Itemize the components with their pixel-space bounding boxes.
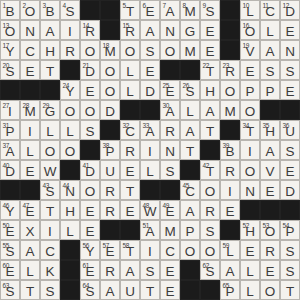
cell-r8c15[interactable]: S [280, 140, 300, 160]
cell-letter: C [261, 5, 279, 18]
cell-letter: S [81, 125, 99, 138]
cell-r3c10[interactable]: M [180, 40, 200, 60]
cell-r3c4[interactable]: R [60, 40, 80, 60]
cell-r7c13[interactable]: 34T [240, 120, 260, 140]
cell-r1c8[interactable]: 6E [140, 0, 160, 20]
cell-r11c3[interactable]: T [40, 200, 60, 220]
cell-letter: T [41, 205, 59, 218]
cell-r13c15[interactable]: S [280, 240, 300, 260]
cell-r15c9[interactable]: E [160, 280, 180, 300]
cell-r5c11[interactable]: H [200, 80, 220, 100]
cell-r14c1[interactable]: 60E [0, 260, 20, 280]
cell-r2c8[interactable]: A [140, 20, 160, 40]
cell-r13c9[interactable]: C [160, 240, 180, 260]
cell-r7c9[interactable]: R [160, 120, 180, 140]
cell-letter: S [141, 45, 159, 58]
block-r12c12 [220, 220, 240, 240]
cell-letter: I [61, 25, 79, 38]
cell-r9c11[interactable]: 42T [200, 160, 220, 180]
cell-r6c10[interactable]: L [180, 100, 200, 120]
cell-letter: E [261, 265, 279, 278]
cell-r11c12[interactable]: E [220, 200, 240, 220]
cell-r15c2[interactable]: T [20, 280, 40, 300]
cell-letter: N [241, 185, 259, 198]
block-r13c4 [60, 240, 80, 260]
cell-letter: D [1, 165, 19, 178]
cell-r7c2[interactable]: I [20, 120, 40, 140]
cell-r4c14[interactable]: S [260, 60, 280, 80]
cell-letter: S [81, 285, 99, 298]
cell-r9c14[interactable]: V [260, 160, 280, 180]
cell-r15c13[interactable]: L [240, 280, 260, 300]
cell-letter: E [81, 265, 99, 278]
cell-r4c11[interactable]: 22T [200, 60, 220, 80]
cell-r15c12[interactable]: 65P [220, 280, 240, 300]
cell-r6c13[interactable]: O [240, 100, 260, 120]
cell-r2c15[interactable]: E [280, 20, 300, 40]
cell-letter: L [121, 85, 139, 98]
block-r6c7 [120, 100, 140, 120]
cell-letter: C [161, 245, 179, 258]
cell-letter: E [121, 165, 139, 178]
cell-r15c8[interactable]: T [140, 280, 160, 300]
cell-letter: H [61, 205, 79, 218]
cell-letter: A [261, 45, 279, 58]
cell-r7c10[interactable]: A [180, 120, 200, 140]
cell-letter: N [61, 185, 79, 198]
cell-r1c4[interactable]: 4S [60, 0, 80, 20]
cell-r1c14[interactable]: 11C [260, 0, 280, 20]
cell-r2c2[interactable]: N [20, 20, 40, 40]
cell-r8c2[interactable]: L [20, 140, 40, 160]
cell-r6c12[interactable]: M [220, 100, 240, 120]
cell-letter: S [201, 265, 219, 278]
cell-r3c3[interactable]: H [40, 40, 60, 60]
cell-letter: G [41, 105, 59, 118]
cell-r11c9[interactable]: 49E [160, 200, 180, 220]
cell-letter: S [141, 265, 159, 278]
cell-letter: O [261, 225, 279, 238]
cell-letter: R [81, 25, 99, 38]
cell-r14c11[interactable]: 62S [200, 260, 220, 280]
cell-r2c1[interactable]: 13O [0, 20, 20, 40]
cell-r11c5[interactable]: E [80, 200, 100, 220]
cell-r8c7[interactable]: R [120, 140, 140, 160]
cell-letter: E [21, 65, 39, 78]
cell-r10c12[interactable]: I [220, 180, 240, 200]
cell-letter: M [101, 45, 119, 58]
cell-r15c6[interactable]: A [100, 280, 120, 300]
cell-r7c14[interactable]: 35H [260, 120, 280, 140]
cell-letter: P [241, 85, 259, 98]
cell-r5c4[interactable]: 24Y [60, 80, 80, 100]
cell-r2c3[interactable]: A [40, 20, 60, 40]
cell-letter: I [221, 185, 239, 198]
cell-r4c5[interactable]: 21D [80, 60, 100, 80]
cell-r15c15[interactable]: T [280, 280, 300, 300]
cell-letter: S [61, 5, 79, 18]
cell-letter: A [181, 125, 199, 138]
cell-r13c5[interactable]: 56Y [80, 240, 100, 260]
cell-r11c4[interactable]: H [60, 200, 80, 220]
cell-r5c7[interactable]: L [120, 80, 140, 100]
cell-r6c3[interactable]: 29G [40, 100, 60, 120]
cell-r4c12[interactable]: 23R [220, 60, 240, 80]
cell-r4c7[interactable]: L [120, 60, 140, 80]
cell-r7c15[interactable]: 36U [280, 120, 300, 140]
block-r15c10 [180, 280, 200, 300]
cell-letter: O [221, 85, 239, 98]
cell-r14c12[interactable]: A [220, 260, 240, 280]
cell-r12c11[interactable]: S [200, 220, 220, 240]
block-r9c4 [60, 160, 80, 180]
cell-r12c9[interactable]: M [160, 220, 180, 240]
block-r5c3 [40, 80, 60, 100]
cell-letter: D [81, 165, 99, 178]
cell-letter: B [221, 145, 239, 158]
cell-letter: B [1, 5, 19, 18]
cell-r2c11[interactable]: E [200, 20, 220, 40]
cell-r1c13[interactable]: 10L [240, 0, 260, 20]
cell-letter: A [101, 285, 119, 298]
cell-letter: B [41, 5, 59, 18]
cell-r2c5[interactable]: 14R [80, 20, 100, 40]
cell-letter: G [181, 25, 199, 38]
cell-letter: E [281, 85, 299, 98]
cell-r1c15[interactable]: 12D [280, 0, 300, 20]
cell-r2c4[interactable]: I [60, 20, 80, 40]
cell-r5c14[interactable]: P [260, 80, 280, 100]
block-r3c12 [220, 40, 240, 60]
cell-r9c15[interactable]: E [280, 160, 300, 180]
cell-r12c13[interactable]: 52H [240, 220, 260, 240]
block-r1c5 [80, 0, 100, 20]
cell-r13c13[interactable]: E [240, 240, 260, 260]
cell-r1c3[interactable]: 3B [40, 0, 60, 20]
cell-r10c6[interactable]: R [100, 180, 120, 200]
cell-r6c2[interactable]: 28M [20, 100, 40, 120]
cell-r2c7[interactable]: 15R [120, 20, 140, 40]
block-r9c10 [180, 160, 200, 180]
cell-letter: L [121, 65, 139, 78]
cell-r14c2[interactable]: L [20, 260, 40, 280]
cell-r3c6[interactable]: 18M [100, 40, 120, 60]
cell-letter: U [121, 285, 139, 298]
cell-letter: O [201, 185, 219, 198]
cell-r3c8[interactable]: S [140, 40, 160, 60]
cell-letter: A [41, 25, 59, 38]
cell-r1c7[interactable]: 5T [120, 0, 140, 20]
cell-r3c9[interactable]: O [160, 40, 180, 60]
cell-letter: E [201, 45, 219, 58]
cell-r4c15[interactable]: S [280, 60, 300, 80]
block-r7c6 [100, 120, 120, 140]
cell-r1c2[interactable]: 2O [20, 0, 40, 20]
cell-r9c12[interactable]: R [220, 160, 240, 180]
cell-r5c5[interactable]: E [80, 80, 100, 100]
cell-r11c8[interactable]: 48W [140, 200, 160, 220]
cell-r15c14[interactable]: O [260, 280, 280, 300]
cell-r3c14[interactable]: A [260, 40, 280, 60]
cell-r8c14[interactable]: A [260, 140, 280, 160]
cell-r11c6[interactable]: R [100, 200, 120, 220]
cell-r14c13[interactable]: L [240, 260, 260, 280]
cell-r11c11[interactable]: R [200, 200, 220, 220]
cell-letter: E [201, 25, 219, 38]
cell-r8c10[interactable]: T [180, 140, 200, 160]
cell-r14c7[interactable]: A [120, 260, 140, 280]
cell-r7c8[interactable]: 33A [140, 120, 160, 140]
cell-r4c3[interactable]: T [40, 60, 60, 80]
cell-r6c4[interactable]: O [60, 100, 80, 120]
cell-r11c1[interactable]: 46Y [0, 200, 20, 220]
cell-r7c5[interactable]: S [80, 120, 100, 140]
block-r5c1 [0, 80, 20, 100]
block-r8c11 [200, 140, 220, 160]
block-r15c11 [200, 280, 220, 300]
cell-letter: V [261, 165, 279, 178]
cell-r8c1[interactable]: 37A [0, 140, 20, 160]
cell-r14c14[interactable]: E [260, 260, 280, 280]
cell-letter: S [1, 65, 19, 78]
cell-r13c2[interactable]: A [20, 240, 40, 260]
cell-r3c11[interactable]: E [200, 40, 220, 60]
cell-r12c5[interactable]: E [80, 220, 100, 240]
cell-r9c5[interactable]: 41D [80, 160, 100, 180]
cell-letter: R [101, 265, 119, 278]
cell-r13c12[interactable]: 59L [220, 240, 240, 260]
cell-r15c1[interactable]: 63S [0, 280, 20, 300]
cell-r6c1[interactable]: 27I [0, 100, 20, 120]
cell-r3c15[interactable]: N [280, 40, 300, 60]
cell-r10c15[interactable]: D [280, 180, 300, 200]
cell-r8c8[interactable]: I [140, 140, 160, 160]
cell-letter: P [181, 225, 199, 238]
cell-r5c10[interactable]: 26S [180, 80, 200, 100]
cell-r4c1[interactable]: 20S [0, 60, 20, 80]
cell-r1c9[interactable]: 7A [160, 0, 180, 20]
cell-letter: E [241, 65, 259, 78]
cell-letter: X [21, 225, 39, 238]
cell-r14c15[interactable]: S [280, 260, 300, 280]
cell-letter: M [181, 5, 199, 18]
cell-letter: S [161, 165, 179, 178]
cell-r12c10[interactable]: P [180, 220, 200, 240]
cell-r13c1[interactable]: 55S [0, 240, 20, 260]
cell-r13c7[interactable]: 58T [120, 240, 140, 260]
cell-letter: A [161, 5, 179, 18]
cell-r8c9[interactable]: N [160, 140, 180, 160]
block-r12c6 [100, 220, 120, 240]
cell-r1c1[interactable]: 1B [0, 0, 20, 20]
cell-r5c6[interactable]: O [100, 80, 120, 100]
cell-letter: A [181, 205, 199, 218]
cell-letter: R [201, 205, 219, 218]
cell-r5c8[interactable]: D [140, 80, 160, 100]
cell-r3c1[interactable]: 17Y [0, 40, 20, 60]
cell-letter: T [141, 285, 159, 298]
cell-r1c11[interactable]: 9S [200, 0, 220, 20]
cell-letter: D [141, 85, 159, 98]
cell-r9c3[interactable]: W [40, 160, 60, 180]
cell-r10c7[interactable]: T [120, 180, 140, 200]
cell-r14c3[interactable]: K [40, 260, 60, 280]
block-r11c14 [260, 200, 280, 220]
cell-letter: L [141, 165, 159, 178]
cell-letter: C [41, 245, 59, 258]
cell-letter: N [281, 45, 299, 58]
cell-r5c15[interactable]: E [280, 80, 300, 100]
cell-r10c11[interactable]: O [200, 180, 220, 200]
cell-r9c9[interactable]: S [160, 160, 180, 180]
cell-r7c7[interactable]: 32C [120, 120, 140, 140]
crossword-grid: 1B2O3B4S5T6E7A8M9S10L11C12D13ONAI14R15RA… [0, 0, 300, 300]
cell-letter: D [81, 65, 99, 78]
cell-letter: O [101, 85, 119, 98]
cell-r12c14[interactable]: 53O [260, 220, 280, 240]
cell-r2c13[interactable]: 16O [240, 20, 260, 40]
cell-letter: E [121, 205, 139, 218]
cell-r9c1[interactable]: 40D [0, 160, 20, 180]
cell-letter: R [221, 65, 239, 78]
cell-r13c6[interactable]: 57E [100, 240, 120, 260]
cell-r12c15[interactable]: 54P [280, 220, 300, 240]
cell-letter: O [121, 45, 139, 58]
cell-letter: E [261, 185, 279, 198]
cell-r3c5[interactable]: O [80, 40, 100, 60]
cell-r11c2[interactable]: 47E [20, 200, 40, 220]
block-r1c12 [220, 0, 240, 20]
cell-letter: L [21, 145, 39, 158]
cell-r14c8[interactable]: S [140, 260, 160, 280]
cell-r3c7[interactable]: O [120, 40, 140, 60]
cell-letter: E [1, 225, 19, 238]
cell-letter: L [21, 265, 39, 278]
cell-r1c10[interactable]: 8M [180, 0, 200, 20]
cell-letter: L [61, 225, 79, 238]
cell-letter: A [161, 105, 179, 118]
cell-r14c6[interactable]: R [100, 260, 120, 280]
cell-r5c13[interactable]: P [240, 80, 260, 100]
cell-r13c14[interactable]: R [260, 240, 280, 260]
cell-r11c10[interactable]: A [180, 200, 200, 220]
cell-letter: S [281, 65, 299, 78]
cell-r9c2[interactable]: E [20, 160, 40, 180]
cell-r7c11[interactable]: T [200, 120, 220, 140]
cell-r14c9[interactable]: E [160, 260, 180, 280]
cell-r11c7[interactable]: E [120, 200, 140, 220]
cell-r13c8[interactable]: I [140, 240, 160, 260]
cell-r5c12[interactable]: O [220, 80, 240, 100]
cell-r8c4[interactable]: O [60, 140, 80, 160]
cell-letter: O [241, 105, 259, 118]
cell-r14c5[interactable]: 61E [80, 260, 100, 280]
cell-letter: O [161, 45, 179, 58]
cell-letter: E [241, 245, 259, 258]
cell-letter: R [221, 165, 239, 178]
cell-letter: S [281, 145, 299, 158]
cell-letter: Y [61, 85, 79, 98]
cell-r10c14[interactable]: E [260, 180, 280, 200]
cell-r2c9[interactable]: N [160, 20, 180, 40]
cell-r6c11[interactable]: A [200, 100, 220, 120]
cell-letter: O [1, 25, 19, 38]
cell-r8c6[interactable]: 38P [100, 140, 120, 160]
cell-r7c1[interactable]: 31P [0, 120, 20, 140]
cell-letter: C [121, 125, 139, 138]
cell-r8c12[interactable]: 39B [220, 140, 240, 160]
cell-r4c8[interactable]: E [140, 60, 160, 80]
cell-letter: R [101, 185, 119, 198]
cell-r8c13[interactable]: I [240, 140, 260, 160]
cell-r3c13[interactable]: 19V [240, 40, 260, 60]
cell-letter: A [21, 245, 39, 258]
cell-r13c11[interactable]: O [200, 240, 220, 260]
cell-r7c3[interactable]: L [40, 120, 60, 140]
cell-r9c13[interactable]: O [240, 160, 260, 180]
cell-r9c8[interactable]: L [140, 160, 160, 180]
cell-r7c4[interactable]: L [60, 120, 80, 140]
cell-r10c10[interactable]: 45C [180, 180, 200, 200]
cell-letter: I [21, 125, 39, 138]
cell-r3c2[interactable]: C [20, 40, 40, 60]
cell-letter: R [101, 205, 119, 218]
cell-r15c7[interactable]: U [120, 280, 140, 300]
cell-r4c6[interactable]: O [100, 60, 120, 80]
cell-letter: D [281, 185, 299, 198]
cell-letter: U [281, 125, 299, 138]
cell-r4c2[interactable]: E [20, 60, 40, 80]
cell-r5c9[interactable]: 25E [160, 80, 180, 100]
cell-r12c2[interactable]: X [20, 220, 40, 240]
cell-letter: C [21, 45, 39, 58]
cell-r9c7[interactable]: E [120, 160, 140, 180]
cell-letter: O [81, 185, 99, 198]
cell-r2c10[interactable]: G [180, 20, 200, 40]
cell-r6c6[interactable]: D [100, 100, 120, 120]
cell-r15c5[interactable]: 64S [80, 280, 100, 300]
cell-r2c14[interactable]: L [260, 20, 280, 40]
cell-r12c1[interactable]: 50E [0, 220, 20, 240]
cell-letter: O [41, 145, 59, 158]
cell-letter: P [281, 225, 299, 238]
cell-letter: S [281, 265, 299, 278]
cell-r4c13[interactable]: E [240, 60, 260, 80]
cell-letter: C [181, 185, 199, 198]
cell-r13c10[interactable]: O [180, 240, 200, 260]
cell-letter: T [201, 125, 219, 138]
cell-letter: O [81, 45, 99, 58]
cell-r12c3[interactable]: I [40, 220, 60, 240]
cell-r9c6[interactable]: U [100, 160, 120, 180]
cell-r8c3[interactable]: O [40, 140, 60, 160]
cell-letter: M [21, 105, 39, 118]
cell-letter: L [261, 25, 279, 38]
cell-letter: A [141, 125, 159, 138]
cell-r10c13[interactable]: N [240, 180, 260, 200]
cell-r13c3[interactable]: C [40, 240, 60, 260]
cell-r10c4[interactable]: 44N [60, 180, 80, 200]
cell-r10c5[interactable]: O [80, 180, 100, 200]
block-r12c7 [120, 220, 140, 240]
cell-letter: T [21, 285, 39, 298]
cell-r6c5[interactable]: O [80, 100, 100, 120]
cell-r12c8[interactable]: 51A [140, 220, 160, 240]
cell-r10c3[interactable]: 43S [40, 180, 60, 200]
cell-r15c3[interactable]: S [40, 280, 60, 300]
cell-r6c9[interactable]: 30A [160, 100, 180, 120]
cell-r12c4[interactable]: L [60, 220, 80, 240]
